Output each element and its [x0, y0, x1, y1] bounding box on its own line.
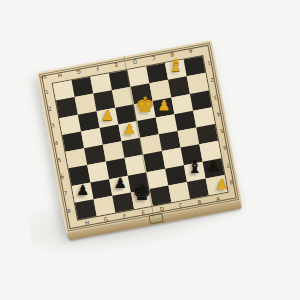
square-a8 — [206, 175, 228, 195]
rank-label-8: 8 — [63, 202, 75, 221]
rank-label-2: 2 — [206, 70, 218, 89]
rank-label-6: 6 — [219, 138, 231, 157]
rank-label-3: 3 — [209, 87, 221, 106]
rank-label-7: 7 — [222, 155, 234, 174]
rank-label-7: 7 — [60, 185, 72, 204]
rank-label-8: 8 — [225, 172, 237, 191]
rank-label-5: 5 — [216, 121, 228, 140]
rank-label-6: 6 — [57, 168, 69, 187]
board-wood-frame: 12345678 12345678 HGFEDCBA HGFEDCBA 8A ♝… — [37, 40, 242, 234]
rank-label-2: 2 — [44, 100, 56, 119]
board-grid — [52, 55, 229, 221]
rank-label-1: 1 — [41, 83, 53, 102]
rank-label-4: 4 — [213, 104, 225, 123]
rank-label-3: 3 — [47, 117, 59, 136]
studio-photo-canvas: { "scene": { "description": "Overhead pr… — [0, 0, 300, 300]
corner-mark: 8A — [40, 74, 47, 80]
chess-board: 12345678 12345678 HGFEDCBA HGFEDCBA 8A ♝… — [37, 40, 242, 234]
rank-label-4: 4 — [50, 134, 62, 153]
rank-label-5: 5 — [53, 151, 65, 170]
rank-label-1: 1 — [203, 53, 215, 72]
